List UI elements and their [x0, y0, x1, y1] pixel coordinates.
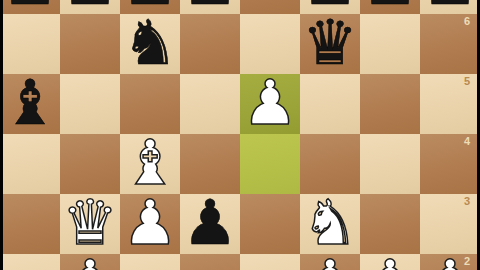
white-queen-piece[interactable]: ♛ — [62, 192, 118, 254]
square-h2[interactable]: 2♟ — [420, 254, 480, 270]
square-f4[interactable] — [300, 134, 360, 194]
rank-label-3: 3 — [464, 195, 470, 208]
black-pawn-piece[interactable]: ♟ — [422, 0, 478, 14]
square-g2[interactable]: ♟ — [360, 254, 420, 270]
square-c3[interactable]: ♟ — [120, 194, 180, 254]
square-b5[interactable] — [60, 74, 120, 134]
white-knight-piece[interactable]: ♞ — [302, 192, 358, 254]
black-pawn-piece[interactable]: ♟ — [2, 0, 58, 14]
black-pawn-piece[interactable]: ♟ — [362, 0, 418, 14]
white-pawn-piece[interactable]: ♟ — [422, 252, 478, 270]
square-d5[interactable] — [180, 74, 240, 134]
square-d7[interactable]: ♟ — [180, 0, 240, 14]
rank-label-4: 4 — [464, 135, 470, 148]
black-pawn-piece[interactable]: ♟ — [182, 192, 238, 254]
chess-board[interactable]: ♟♟♟♟♟♟♟♞♛6♝♟5♝4♛♟♟♞3♟♟♟2♟ — [0, 0, 480, 270]
square-a5[interactable]: ♝ — [0, 74, 60, 134]
square-b6[interactable] — [60, 14, 120, 74]
square-g3[interactable] — [360, 194, 420, 254]
square-b7[interactable]: ♟ — [60, 0, 120, 14]
chess-board-viewport: ♟♟♟♟♟♟♟♞♛6♝♟5♝4♛♟♟♞3♟♟♟2♟ — [0, 0, 480, 270]
left-edge-bar — [0, 0, 3, 270]
white-pawn-piece[interactable]: ♟ — [122, 192, 178, 254]
square-b3[interactable]: ♛ — [60, 194, 120, 254]
square-d2[interactable] — [180, 254, 240, 270]
square-c4[interactable]: ♝ — [120, 134, 180, 194]
square-h7[interactable]: ♟ — [420, 0, 480, 14]
square-g4[interactable] — [360, 134, 420, 194]
square-e7[interactable] — [240, 0, 300, 14]
square-f6[interactable]: ♛ — [300, 14, 360, 74]
rank-label-5: 5 — [464, 75, 470, 88]
square-e2[interactable] — [240, 254, 300, 270]
square-c5[interactable] — [120, 74, 180, 134]
square-d6[interactable] — [180, 14, 240, 74]
square-a3[interactable] — [0, 194, 60, 254]
square-h6[interactable]: 6 — [420, 14, 480, 74]
square-g7[interactable]: ♟ — [360, 0, 420, 14]
square-h5[interactable]: 5 — [420, 74, 480, 134]
square-f3[interactable]: ♞ — [300, 194, 360, 254]
square-e5[interactable]: ♟ — [240, 74, 300, 134]
square-h4[interactable]: 4 — [420, 134, 480, 194]
square-f2[interactable]: ♟ — [300, 254, 360, 270]
rank-label-6: 6 — [464, 15, 470, 28]
square-d3[interactable]: ♟ — [180, 194, 240, 254]
black-knight-piece[interactable]: ♞ — [122, 12, 178, 74]
square-e6[interactable] — [240, 14, 300, 74]
black-pawn-piece[interactable]: ♟ — [62, 0, 118, 14]
black-pawn-piece[interactable]: ♟ — [182, 0, 238, 14]
square-e4[interactable] — [240, 134, 300, 194]
square-a7[interactable]: ♟ — [0, 0, 60, 14]
square-a2[interactable] — [0, 254, 60, 270]
white-pawn-piece[interactable]: ♟ — [62, 252, 118, 270]
black-queen-piece[interactable]: ♛ — [302, 12, 358, 74]
square-e3[interactable] — [240, 194, 300, 254]
square-c6[interactable]: ♞ — [120, 14, 180, 74]
white-pawn-piece[interactable]: ♟ — [302, 252, 358, 270]
white-pawn-piece[interactable]: ♟ — [242, 72, 298, 134]
square-d4[interactable] — [180, 134, 240, 194]
square-f5[interactable] — [300, 74, 360, 134]
square-a4[interactable] — [0, 134, 60, 194]
square-b4[interactable] — [60, 134, 120, 194]
square-b2[interactable]: ♟ — [60, 254, 120, 270]
square-h3[interactable]: 3 — [420, 194, 480, 254]
white-bishop-piece[interactable]: ♝ — [122, 132, 178, 194]
square-g6[interactable] — [360, 14, 420, 74]
white-pawn-piece[interactable]: ♟ — [362, 252, 418, 270]
square-c2[interactable] — [120, 254, 180, 270]
square-g5[interactable] — [360, 74, 420, 134]
square-a6[interactable] — [0, 14, 60, 74]
black-bishop-piece[interactable]: ♝ — [2, 72, 58, 134]
